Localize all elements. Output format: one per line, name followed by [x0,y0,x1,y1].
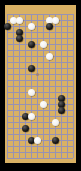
white-stone [46,53,53,60]
grid-line-horizontal [7,80,73,81]
grid-line-horizontal [7,152,73,153]
black-stone [16,35,23,42]
grid-line-horizontal [7,128,73,129]
grid-line-horizontal [7,116,73,117]
grid-line-horizontal [7,26,73,27]
white-stone [52,119,59,126]
black-stone [28,65,35,72]
white-stone [40,41,47,48]
black-stone [22,125,29,132]
grid-line-horizontal [7,86,73,87]
white-stone [28,113,35,120]
black-stone [4,23,11,30]
grid-line-horizontal [7,14,73,15]
grid-line-horizontal [7,158,73,159]
white-stone [28,89,35,96]
black-stone [46,23,53,30]
grid-line-horizontal [7,56,73,57]
go-board[interactable] [5,5,76,163]
go-diagram-screenshot [0,0,81,171]
grid-line-horizontal [7,62,73,63]
grid-line-horizontal [7,74,73,75]
white-stone [52,17,59,24]
white-stone [34,137,41,144]
grid-line-horizontal [7,122,73,123]
grid-line-horizontal [7,92,73,93]
grid-line-vertical [73,14,74,158]
black-stone [52,137,59,144]
grid-line-horizontal [7,134,73,135]
grid-line-horizontal [7,146,73,147]
grid-line-horizontal [7,68,73,69]
black-stone [58,107,65,114]
white-stone [16,17,23,24]
black-stone [28,41,35,48]
white-stone [40,101,47,108]
white-stone [28,23,35,30]
grid-line-horizontal [7,50,73,51]
star-point [36,73,39,76]
